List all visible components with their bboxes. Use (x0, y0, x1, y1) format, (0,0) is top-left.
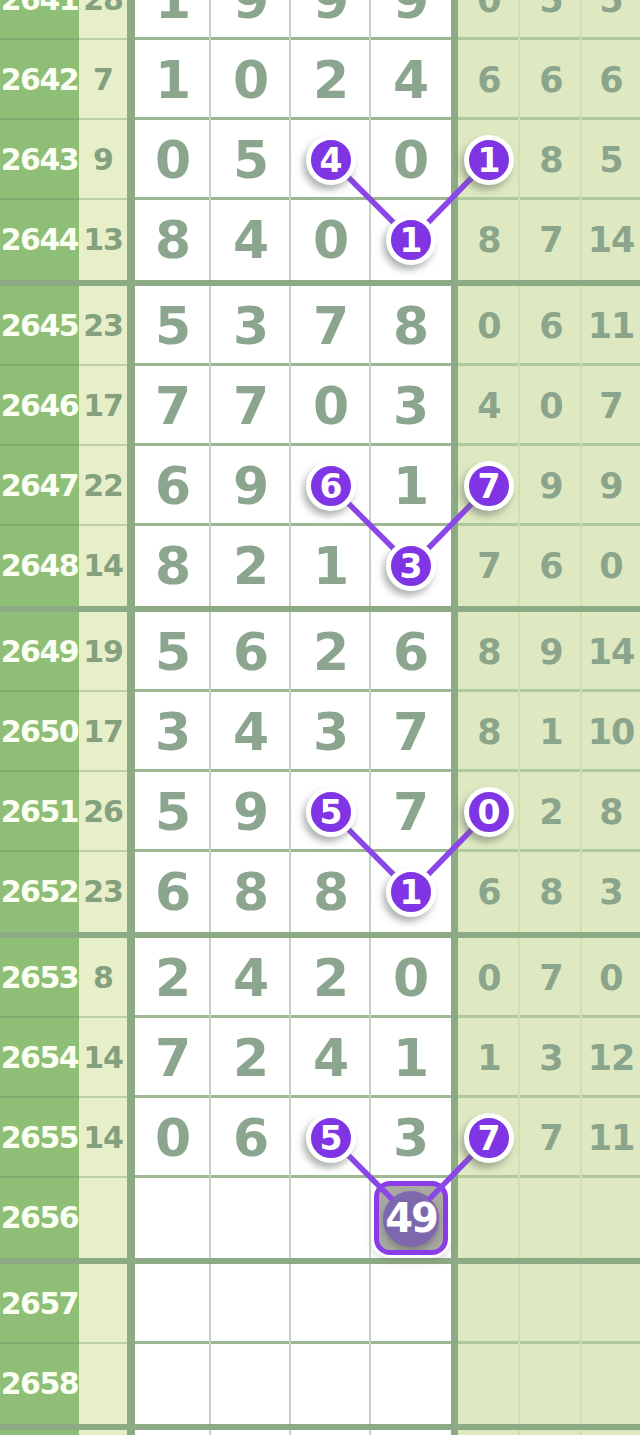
table-row: 2656 (0, 1178, 640, 1258)
stat-digit-cell (458, 1264, 520, 1344)
period-cell: 2653 (0, 938, 79, 1018)
stat-digit-cell: 14 (582, 200, 640, 280)
draw-digit-cell: 6 (135, 446, 211, 526)
draw-digit-cell: 9 (211, 446, 291, 526)
left-frame-border (127, 40, 135, 120)
stat-digit-cell: 7 (520, 200, 582, 280)
draw-digit-cell: 5 (211, 120, 291, 200)
sum-cell: 19 (79, 612, 127, 692)
right-frame-border (451, 366, 458, 446)
draw-digit-cell: 2 (291, 612, 371, 692)
sum-cell: 17 (79, 692, 127, 772)
draw-digit-cell (291, 1264, 371, 1344)
draw-digit-cell (211, 1430, 291, 1435)
right-frame-border (451, 1264, 458, 1344)
sum-cell: 14 (79, 1018, 127, 1098)
left-frame-border (127, 1430, 135, 1435)
marked-digit-circle[interactable]: 1 (386, 215, 436, 265)
draw-digit-cell: 2 (135, 938, 211, 1018)
draw-digit-cell (135, 1264, 211, 1344)
stat-digit-cell: 4 (458, 366, 520, 446)
draw-digit-cell: 0 (211, 40, 291, 120)
left-frame-border (127, 120, 135, 200)
stat-digit-cell: 10 (582, 692, 640, 772)
period-cell: 2644 (0, 200, 79, 280)
marked-digit-circle[interactable]: 1 (464, 135, 514, 185)
left-frame-border (127, 1178, 135, 1258)
left-frame-border (127, 366, 135, 446)
stat-digit-cell: 7 (520, 938, 582, 1018)
right-frame-border (451, 0, 458, 40)
stat-digit-cell: 6 (520, 286, 582, 366)
right-frame-border (451, 772, 458, 852)
left-frame-border (127, 526, 135, 606)
stat-digit-cell: 1 (520, 692, 582, 772)
marked-digit-circle[interactable]: 1 (386, 867, 436, 917)
period-cell: 2646 (0, 366, 79, 446)
period-cell: 2652 (0, 852, 79, 932)
draw-digit-cell: 5 (135, 286, 211, 366)
period-cell: 2645 (0, 286, 79, 366)
draw-digit-cell: 6 (135, 852, 211, 932)
stat-digit-cell (458, 1430, 520, 1435)
draw-digit-cell: 4 (211, 692, 291, 772)
right-frame-border (451, 612, 458, 692)
right-frame-border (451, 1344, 458, 1424)
stat-digit-cell: 2 (520, 772, 582, 852)
sum-cell: 7 (79, 40, 127, 120)
stat-digit-cell: 7 (458, 526, 520, 606)
draw-digit-cell: 6 (371, 612, 451, 692)
draw-digit-cell: 5 (135, 772, 211, 852)
stat-digit-cell: 8 (582, 772, 640, 852)
right-frame-border (451, 852, 458, 932)
left-frame-border (127, 0, 135, 40)
period-cell (0, 1430, 79, 1435)
draw-digit-cell: 9 (211, 0, 291, 40)
marked-digit-circle[interactable]: 4 (306, 135, 356, 185)
table-row: 264271024666 (0, 40, 640, 120)
draw-digit-cell (371, 1264, 451, 1344)
left-frame-border (127, 852, 135, 932)
left-frame-border (127, 612, 135, 692)
draw-digit-cell: 9 (211, 772, 291, 852)
draw-digit-cell: 6 (211, 612, 291, 692)
sum-cell: 23 (79, 852, 127, 932)
stat-digit-cell: 0 (582, 938, 640, 1018)
draw-digit-cell: 3 (371, 1098, 451, 1178)
draw-digit-cell: 4 (371, 40, 451, 120)
left-frame-border (127, 200, 135, 280)
draw-digit-cell: 7 (371, 692, 451, 772)
right-frame-border (451, 1430, 458, 1435)
draw-digit-cell: 3 (135, 692, 211, 772)
right-frame-border (451, 1098, 458, 1178)
sum-cell: 23 (79, 286, 127, 366)
draw-digit-cell (371, 1344, 451, 1424)
stat-digit-cell: 7 (582, 366, 640, 446)
draw-digit-cell: 6 (211, 1098, 291, 1178)
stat-digit-cell: 7 (520, 1098, 582, 1178)
draw-digit-cell (135, 1178, 211, 1258)
marked-digit-circle[interactable]: 5 (306, 1113, 356, 1163)
table-row: 2641281999055 (0, 0, 640, 40)
stat-digit-cell: 6 (458, 852, 520, 932)
stat-digit-cell: 8 (520, 852, 582, 932)
stat-digit-cell: 5 (582, 120, 640, 200)
draw-digit-cell (291, 1178, 371, 1258)
period-cell: 2651 (0, 772, 79, 852)
sum-cell: 8 (79, 938, 127, 1018)
stat-digit-cell: 3 (582, 852, 640, 932)
sum-cell: 28 (79, 0, 127, 40)
period-cell: 2649 (0, 612, 79, 692)
sum-cell (79, 1264, 127, 1344)
draw-digit-cell: 8 (135, 526, 211, 606)
draw-digit-cell (211, 1264, 291, 1344)
draw-digit-cell: 8 (211, 852, 291, 932)
draw-digit-cell: 9 (371, 0, 451, 40)
sum-cell: 22 (79, 446, 127, 526)
draw-digit-cell: 2 (291, 938, 371, 1018)
stat-digit-cell: 6 (582, 40, 640, 120)
right-frame-border (451, 1178, 458, 1258)
stat-digit-cell: 14 (582, 612, 640, 692)
marked-digit-circle[interactable]: 7 (464, 461, 514, 511)
draw-digit-cell (135, 1430, 211, 1435)
table-row (0, 1430, 640, 1435)
draw-digit-cell: 8 (371, 286, 451, 366)
sum-cell: 14 (79, 526, 127, 606)
period-cell: 2655 (0, 1098, 79, 1178)
draw-digit-cell: 7 (371, 772, 451, 852)
stat-digit-cell: 8 (458, 200, 520, 280)
grid-rows: 2641281999055264271024666264390508526441… (0, 0, 640, 1435)
period-cell: 2642 (0, 40, 79, 120)
draw-digit-cell: 1 (135, 40, 211, 120)
draw-digit-cell: 8 (291, 852, 371, 932)
draw-digit-cell (291, 1430, 371, 1435)
left-frame-border (127, 1344, 135, 1424)
draw-digit-cell: 9 (291, 0, 371, 40)
stat-digit-cell (520, 1430, 582, 1435)
marked-digit-circle[interactable]: 7 (464, 1113, 514, 1163)
stat-digit-cell: 0 (582, 526, 640, 606)
marked-digit-circle[interactable]: 5 (306, 787, 356, 837)
table-row: 26491956268914 (0, 612, 640, 692)
right-frame-border (451, 1018, 458, 1098)
right-frame-border (451, 938, 458, 1018)
right-frame-border (451, 200, 458, 280)
period-cell: 2641 (0, 0, 79, 40)
sum-cell (79, 1178, 127, 1258)
stat-digit-cell: 9 (520, 446, 582, 526)
table-row: 2646177703407 (0, 366, 640, 446)
table-row: 2657 (0, 1264, 640, 1344)
period-cell: 2643 (0, 120, 79, 200)
stat-digit-cell: 5 (582, 0, 640, 40)
table-row: 26452353780611 (0, 286, 640, 366)
stat-digit-cell: 11 (582, 286, 640, 366)
draw-digit-cell: 0 (371, 938, 451, 1018)
period-cell: 2647 (0, 446, 79, 526)
stat-digit-cell: 3 (520, 1018, 582, 1098)
marked-digit-circle[interactable]: 6 (306, 461, 356, 511)
right-frame-border (451, 446, 458, 526)
draw-digit-cell: 3 (291, 692, 371, 772)
draw-digit-cell (135, 1344, 211, 1424)
draw-digit-cell: 2 (211, 526, 291, 606)
prediction-box[interactable]: 49 (374, 1181, 448, 1255)
stat-digit-cell (582, 1264, 640, 1344)
draw-digit-cell: 1 (291, 526, 371, 606)
draw-digit-cell: 0 (135, 120, 211, 200)
draw-digit-cell: 3 (211, 286, 291, 366)
draw-digit-cell: 7 (211, 366, 291, 446)
lottery-trend-chart: 2641281999055264271024666264390508526441… (0, 0, 640, 1435)
stat-digit-cell: 12 (582, 1018, 640, 1098)
sum-cell: 13 (79, 200, 127, 280)
stat-digit-cell (582, 1430, 640, 1435)
draw-digit-cell: 0 (291, 200, 371, 280)
stat-digit-cell: 0 (458, 0, 520, 40)
table-row: 26501734378110 (0, 692, 640, 772)
sum-cell: 9 (79, 120, 127, 200)
stat-digit-cell (458, 1344, 520, 1424)
draw-digit-cell: 2 (211, 1018, 291, 1098)
draw-digit-cell (211, 1344, 291, 1424)
stat-digit-cell: 0 (458, 938, 520, 1018)
table-row: 265382420070 (0, 938, 640, 1018)
draw-digit-cell: 4 (211, 938, 291, 1018)
stat-digit-cell: 6 (520, 40, 582, 120)
right-frame-border (451, 692, 458, 772)
stat-digit-cell: 6 (458, 40, 520, 120)
right-frame-border (451, 286, 458, 366)
stat-digit-cell: 1 (458, 1018, 520, 1098)
left-frame-border (127, 286, 135, 366)
marked-digit-circle[interactable]: 0 (464, 787, 514, 837)
period-cell: 2656 (0, 1178, 79, 1258)
stat-digit-cell: 11 (582, 1098, 640, 1178)
stat-digit-cell (520, 1344, 582, 1424)
stat-digit-cell: 6 (520, 526, 582, 606)
table-row: 265223688683 (0, 852, 640, 932)
draw-digit-cell: 7 (135, 1018, 211, 1098)
left-frame-border (127, 1098, 135, 1178)
stat-digit-cell: 5 (520, 0, 582, 40)
draw-digit-cell: 1 (371, 446, 451, 526)
left-frame-border (127, 692, 135, 772)
marked-digit-circle[interactable]: 3 (386, 541, 436, 591)
left-frame-border (127, 938, 135, 1018)
draw-digit-cell: 7 (135, 366, 211, 446)
stat-digit-cell: 0 (458, 286, 520, 366)
left-frame-border (127, 1264, 135, 1344)
period-cell: 2658 (0, 1344, 79, 1424)
draw-digit-cell (211, 1178, 291, 1258)
draw-digit-cell: 0 (371, 120, 451, 200)
draw-digit-cell (291, 1344, 371, 1424)
stat-digit-cell (582, 1344, 640, 1424)
stat-digit-cell (458, 1178, 520, 1258)
draw-digit-cell: 0 (291, 366, 371, 446)
draw-digit-cell: 2 (291, 40, 371, 120)
sum-cell (79, 1430, 127, 1435)
stat-digit-cell: 9 (520, 612, 582, 692)
left-frame-border (127, 446, 135, 526)
draw-digit-cell: 1 (135, 0, 211, 40)
table-row: 2644138408714 (0, 200, 640, 280)
stat-digit-cell (582, 1178, 640, 1258)
stat-digit-cell (520, 1264, 582, 1344)
right-frame-border (451, 526, 458, 606)
draw-digit-cell: 8 (135, 200, 211, 280)
draw-digit-cell: 0 (135, 1098, 211, 1178)
period-cell: 2654 (0, 1018, 79, 1098)
period-cell: 2648 (0, 526, 79, 606)
sum-cell: 17 (79, 366, 127, 446)
stat-digit-cell (520, 1178, 582, 1258)
stat-digit-cell: 9 (582, 446, 640, 526)
draw-digit-cell: 3 (371, 366, 451, 446)
right-frame-border (451, 120, 458, 200)
sum-cell (79, 1344, 127, 1424)
stat-digit-cell: 0 (520, 366, 582, 446)
draw-digit-cell: 1 (371, 1018, 451, 1098)
stat-digit-cell: 8 (458, 692, 520, 772)
table-row: 2658 (0, 1344, 640, 1424)
sum-cell: 26 (79, 772, 127, 852)
sum-cell: 14 (79, 1098, 127, 1178)
prediction-value: 49 (385, 1198, 437, 1238)
right-frame-border (451, 40, 458, 120)
stat-digit-cell: 8 (458, 612, 520, 692)
left-frame-border (127, 772, 135, 852)
period-cell: 2657 (0, 1264, 79, 1344)
stat-digit-cell: 8 (520, 120, 582, 200)
table-row: 26541472411312 (0, 1018, 640, 1098)
left-frame-border (127, 1018, 135, 1098)
period-cell: 2650 (0, 692, 79, 772)
draw-digit-cell: 4 (211, 200, 291, 280)
draw-digit-cell: 5 (135, 612, 211, 692)
draw-digit-cell: 4 (291, 1018, 371, 1098)
draw-digit-cell (371, 1430, 451, 1435)
draw-digit-cell: 7 (291, 286, 371, 366)
table-row: 264814821760 (0, 526, 640, 606)
